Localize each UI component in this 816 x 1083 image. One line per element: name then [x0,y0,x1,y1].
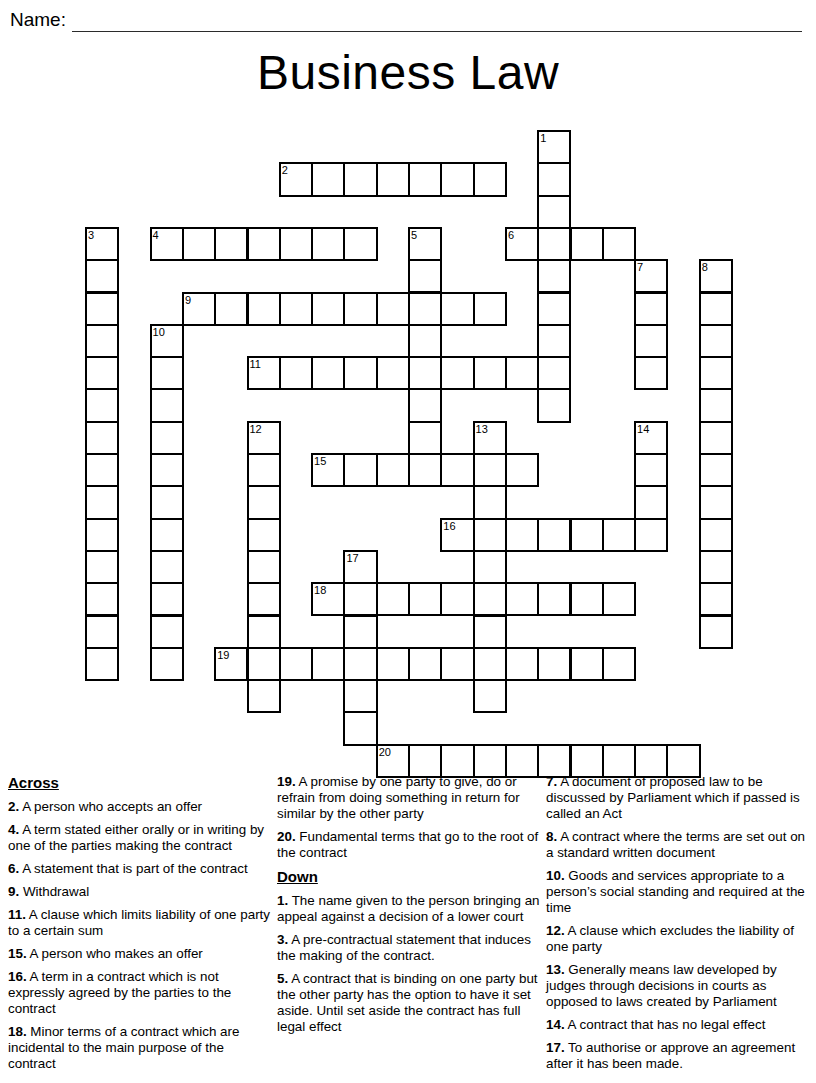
grid-cell[interactable] [214,292,248,326]
grid-cell[interactable] [408,388,442,422]
grid-cell[interactable] [150,356,184,390]
grid-cell[interactable] [634,518,668,552]
grid-cell[interactable] [505,356,539,390]
clue-column-1: Across2. A person who accepts an offer4.… [8,774,274,1079]
cell-number-label: 11 [250,358,261,370]
clue-number: 12. [546,923,565,938]
cell-number-label: 13 [476,423,488,435]
grid-cell[interactable] [150,453,184,487]
clue-number: 11. [8,907,26,922]
clue: 16. A term in a contract which is not ex… [8,969,274,1017]
grid-cell[interactable] [602,518,636,552]
grid-cell[interactable] [505,744,539,778]
grid-cell[interactable] [311,647,345,681]
clue: 14. A contract that has no legal effect [546,1017,812,1033]
grid-cell[interactable] [505,647,539,681]
grid-cell[interactable] [343,711,377,745]
grid-cell[interactable] [150,518,184,552]
clue-number: 13. [546,962,565,977]
grid-cell[interactable] [699,324,733,358]
grid-cell[interactable] [279,647,313,681]
clue-number: 8. [546,829,557,844]
grid-cell[interactable] [440,647,474,681]
worksheet: Name: Business Law 123456789101112131415… [0,0,816,1083]
clue: 4. A term stated either orally or in wri… [8,822,274,854]
grid-cell[interactable] [473,582,507,616]
grid-cell[interactable] [602,227,636,261]
grid-cell[interactable] [408,421,442,455]
clue-number: 2. [8,799,19,814]
grid-cell[interactable] [473,356,507,390]
grid-cell[interactable] [150,421,184,455]
clue: 11. A clause which limits liability of o… [8,907,274,939]
grid-cell[interactable] [473,679,507,713]
grid-cell[interactable] [699,550,733,584]
grid-cell[interactable] [85,550,119,584]
page-title: Business Law [0,46,816,100]
grid-cell[interactable] [570,518,604,552]
clue: 7. A document of proposed law to be disc… [546,774,812,822]
grid-cell[interactable] [408,292,442,326]
cell-number-label: 1 [540,132,546,144]
grid-cell[interactable] [247,550,281,584]
grid-cell[interactable] [376,292,410,326]
grid-cell[interactable] [279,356,313,390]
grid-cell[interactable] [311,356,345,390]
clue: 18. Minor terms of a contract which are … [8,1024,274,1072]
grid-cell[interactable] [343,582,377,616]
grid-cell[interactable] [440,582,474,616]
grid-cell[interactable] [408,744,442,778]
grid-cell[interactable] [634,356,668,390]
grid-cell[interactable] [247,679,281,713]
clue-number: 9. [8,884,19,899]
grid-cell[interactable] [473,647,507,681]
grid-cell[interactable] [408,259,442,293]
grid-cell[interactable] [505,582,539,616]
grid-cell[interactable] [602,647,636,681]
grid-cell[interactable] [699,292,733,326]
grid-cell[interactable] [311,227,345,261]
clue: 5. A contract that is binding on one par… [277,971,543,1035]
cell-number-label: 3 [88,229,94,241]
across-heading: Across [8,774,274,792]
grid-cell[interactable] [473,453,507,487]
grid-cell[interactable] [85,582,119,616]
grid-cell[interactable] [247,485,281,519]
grid-cell[interactable] [247,292,281,326]
clue-number: 19. [277,774,296,789]
grid-cell[interactable] [150,485,184,519]
grid-cell[interactable] [473,550,507,584]
grid-cell[interactable] [343,615,377,649]
clue: 6. A statement that is part of the contr… [8,861,274,877]
grid-cell[interactable] [85,356,119,390]
grid-cell[interactable] [279,292,313,326]
clue: 13. Generally means law developed by jud… [546,962,812,1010]
grid-cell[interactable] [408,582,442,616]
clue-number: 5. [277,971,288,986]
clue-column-3: 7. A document of proposed law to be disc… [546,774,812,1079]
grid-cell[interactable] [699,421,733,455]
cell-number-label: 17 [346,552,358,564]
grid-cell[interactable] [279,227,313,261]
cell-number-label: 19 [217,649,229,661]
grid-cell[interactable] [699,582,733,616]
grid-cell[interactable] [537,162,571,196]
grid-cell[interactable] [247,582,281,616]
grid-cell[interactable] [150,388,184,422]
grid-cell[interactable] [440,162,474,196]
grid-cell[interactable] [570,582,604,616]
grid-cell[interactable] [699,485,733,519]
grid-cell[interactable] [150,582,184,616]
grid-cell[interactable] [343,356,377,390]
grid-cell[interactable] [537,227,571,261]
grid-cell[interactable] [85,324,119,358]
grid-cell[interactable] [537,744,571,778]
cell-number-label: 8 [702,261,708,273]
grid-cell[interactable] [537,647,571,681]
grid-cell[interactable] [150,615,184,649]
clue: 12. A clause which excludes the liabilit… [546,923,812,955]
cell-number-label: 15 [314,455,326,467]
cell-number-label: 20 [379,746,391,758]
grid-cell[interactable] [699,518,733,552]
cell-number-label: 4 [153,229,159,241]
grid-cell[interactable] [247,615,281,649]
grid-cell[interactable] [537,292,571,326]
grid-cell[interactable] [570,744,604,778]
grid-cell[interactable] [473,292,507,326]
grid-cell[interactable] [408,324,442,358]
clue-number: 1. [277,893,288,908]
grid-cell[interactable] [699,453,733,487]
grid-cell[interactable] [343,453,377,487]
grid-cell[interactable] [537,259,571,293]
cell-number-label: 12 [250,423,262,435]
grid-cell[interactable] [343,227,377,261]
grid-cell[interactable] [505,518,539,552]
grid-cell[interactable] [311,162,345,196]
grid-cell[interactable] [85,259,119,293]
grid-cell[interactable] [311,292,345,326]
grid-cell[interactable] [440,744,474,778]
clues-section: Across2. A person who accepts an offer4.… [8,774,809,1079]
grid-cell[interactable] [85,292,119,326]
grid-cell[interactable] [473,615,507,649]
grid-cell[interactable] [473,485,507,519]
grid-cell[interactable] [85,388,119,422]
grid-cell[interactable] [247,453,281,487]
grid-cell[interactable] [85,421,119,455]
grid-cell[interactable] [537,388,571,422]
clue-number: 10. [546,868,565,883]
cell-number-label: 10 [153,326,165,338]
grid-cell[interactable] [376,582,410,616]
grid-cell[interactable] [537,518,571,552]
clue-number: 16. [8,969,27,984]
grid-cell[interactable] [570,227,604,261]
grid-cell[interactable] [570,647,604,681]
cell-number-label: 9 [185,294,191,306]
clue: 19. A promise by one party to give, do o… [277,774,543,822]
clue: 2. A person who accepts an offer [8,799,274,815]
grid-cell[interactable] [473,518,507,552]
clue-number: 20. [277,829,296,844]
grid-cell[interactable] [473,744,507,778]
grid-cell[interactable] [408,647,442,681]
cell-number-label: 5 [411,229,417,241]
grid-cell[interactable] [634,324,668,358]
grid-cell[interactable] [343,679,377,713]
clue-number: 17. [546,1040,565,1055]
cell-number-label: 16 [443,520,455,532]
grid-cell[interactable] [440,453,474,487]
clue: 1. The name given to the person bringing… [277,893,543,925]
grid-cell[interactable] [440,356,474,390]
cell-number-label: 2 [282,164,288,176]
clue-number: 15. [8,946,27,961]
cell-number-label: 7 [637,261,643,273]
grid-cell[interactable] [699,356,733,390]
grid-cell[interactable] [376,356,410,390]
clue: 3. A pre-contractual statement that indu… [277,932,543,964]
grid-cell[interactable] [473,162,507,196]
grid-cell[interactable] [505,453,539,487]
grid-cell[interactable] [537,356,571,390]
grid-cell[interactable] [85,485,119,519]
clue: 20. Fundamental terms that go to the roo… [277,829,543,861]
grid-cell[interactable] [214,227,248,261]
clue: 15. A person who makes an offer [8,946,274,962]
cell-number-label: 14 [637,423,649,435]
grid-cell[interactable] [408,356,442,390]
cell-number-label: 6 [508,229,514,241]
clue-number: 4. [8,822,19,837]
grid-cell[interactable] [537,324,571,358]
grid-cell[interactable] [634,744,668,778]
clue-number: 18. [8,1024,27,1039]
clue-number: 6. [8,861,19,876]
grid-cell[interactable] [343,647,377,681]
grid-cell[interactable] [602,744,636,778]
name-blank-line[interactable] [72,6,802,32]
grid-cell[interactable] [699,615,733,649]
clue: 17. To authorise or approve an agreement… [546,1040,812,1072]
grid-cell[interactable] [247,518,281,552]
clue-number: 14. [546,1017,565,1032]
clue-number: 7. [546,774,557,789]
clue-column-2: 19. A promise by one party to give, do o… [277,774,543,1042]
clue: 9. Withdrawal [8,884,274,900]
grid-cell[interactable] [602,582,636,616]
grid-cell[interactable] [247,647,281,681]
grid-cell[interactable] [150,550,184,584]
grid-cell[interactable] [440,292,474,326]
cell-number-label: 18 [314,584,326,596]
grid-cell[interactable] [343,292,377,326]
clue: 8. A contract where the terms are set ou… [546,829,812,861]
grid-cell[interactable] [85,453,119,487]
grid-cell[interactable] [150,647,184,681]
clue-number: 3. [277,932,288,947]
name-row: Name: [10,6,802,32]
grid-cell[interactable] [376,453,410,487]
grid-cell[interactable] [537,582,571,616]
clue: 10. Goods and services appropriate to a … [546,868,812,916]
name-label: Name: [10,7,66,32]
grid-cell[interactable] [85,615,119,649]
grid-cell[interactable] [634,453,668,487]
grid-cell[interactable] [182,227,216,261]
grid-cell[interactable] [85,647,119,681]
grid-cell[interactable] [634,292,668,326]
grid-cell[interactable] [376,162,410,196]
grid-cell[interactable] [408,162,442,196]
grid-cell[interactable] [666,744,700,778]
grid-cell[interactable] [537,195,571,229]
grid-cell[interactable] [85,518,119,552]
grid-cell[interactable] [408,453,442,487]
crossword-grid: 1234567891011121314151617181920 [85,130,735,780]
grid-cell[interactable] [343,162,377,196]
grid-cell[interactable] [376,647,410,681]
grid-cell[interactable] [634,485,668,519]
down-heading: Down [277,868,543,886]
grid-cell[interactable] [247,227,281,261]
grid-cell[interactable] [699,388,733,422]
